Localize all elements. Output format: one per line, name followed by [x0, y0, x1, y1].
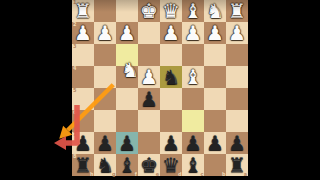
black-pawn-c7[interactable]: ♟ — [182, 132, 204, 154]
square-d5[interactable] — [160, 88, 182, 110]
square-g3[interactable] — [94, 44, 116, 66]
black-pawn-a7[interactable]: ♟ — [226, 132, 248, 154]
square-c5[interactable] — [182, 88, 204, 110]
white-pawn-a2[interactable]: ♟ — [226, 22, 248, 44]
rank-label-6: 6 — [73, 110, 76, 116]
square-d6[interactable] — [160, 110, 182, 132]
black-knight-g8[interactable]: ♞ — [94, 154, 116, 176]
white-knight-b1[interactable]: ♞ — [204, 0, 226, 22]
white-pawn-g2[interactable]: ♟ — [94, 22, 116, 44]
rank-label-4: 4 — [73, 66, 76, 72]
black-rook-h8[interactable]: ♜ — [72, 154, 94, 176]
black-knight-d4[interactable]: ♞ — [160, 66, 182, 88]
square-b4[interactable] — [204, 66, 226, 88]
white-pawn-d2[interactable]: ♟ — [160, 22, 182, 44]
black-bishop-c8[interactable]: ♝ — [182, 154, 204, 176]
black-rook-a8[interactable]: ♜ — [226, 154, 248, 176]
black-bishop-f8[interactable]: ♝ — [116, 154, 138, 176]
square-a6[interactable] — [226, 110, 248, 132]
black-king-e8[interactable]: ♚ — [138, 154, 160, 176]
square-b6[interactable] — [204, 110, 226, 132]
white-pawn-b2[interactable]: ♟ — [204, 22, 226, 44]
square-g6[interactable] — [94, 110, 116, 132]
board: 12345678hgfedcba♜♚♛♝♞♜♟♟♟♟♟♟♟♞♟♝♞♟♟♟♟♟♟♟… — [72, 0, 248, 176]
square-h5[interactable]: 5 — [72, 88, 94, 110]
white-bishop-c1[interactable]: ♝ — [182, 0, 204, 22]
square-e3[interactable] — [138, 44, 160, 66]
square-f1[interactable] — [116, 0, 138, 22]
square-g4[interactable] — [94, 66, 116, 88]
white-pawn-c2[interactable]: ♟ — [182, 22, 204, 44]
square-a5[interactable] — [226, 88, 248, 110]
square-h6[interactable]: 6 — [72, 110, 94, 132]
white-pawn-h2[interactable]: ♟ — [72, 22, 94, 44]
square-g1[interactable] — [94, 0, 116, 22]
square-g5[interactable] — [94, 88, 116, 110]
file-label-b: b — [221, 172, 225, 178]
square-f6[interactable] — [116, 110, 138, 132]
rank-label-5: 5 — [73, 88, 76, 94]
square-h3[interactable]: 3 — [72, 44, 94, 66]
black-pawn-g7[interactable]: ♟ — [94, 132, 116, 154]
black-pawn-b7[interactable]: ♟ — [204, 132, 226, 154]
square-c3[interactable] — [182, 44, 204, 66]
square-b5[interactable] — [204, 88, 226, 110]
video-frame: 12345678hgfedcba♜♚♛♝♞♜♟♟♟♟♟♟♟♞♟♝♞♟♟♟♟♟♟♟… — [0, 0, 320, 180]
square-c6[interactable] — [182, 110, 204, 132]
square-f5[interactable] — [116, 88, 138, 110]
white-pawn-f2[interactable]: ♟ — [116, 22, 138, 44]
black-pawn-d7[interactable]: ♟ — [160, 132, 182, 154]
square-d3[interactable] — [160, 44, 182, 66]
square-e2[interactable] — [138, 22, 160, 44]
white-rook-a1[interactable]: ♜ — [226, 0, 248, 22]
square-a3[interactable] — [226, 44, 248, 66]
black-queen-d8[interactable]: ♛ — [160, 154, 182, 176]
square-e7[interactable] — [138, 132, 160, 154]
white-king-e1[interactable]: ♚ — [138, 0, 160, 22]
white-bishop-c4[interactable]: ♝ — [182, 66, 204, 88]
white-queen-d1[interactable]: ♛ — [160, 0, 182, 22]
square-h4[interactable]: 4 — [72, 66, 94, 88]
black-pawn-e5[interactable]: ♟ — [138, 88, 160, 110]
square-b3[interactable] — [204, 44, 226, 66]
black-pawn-h7[interactable]: ♟ — [72, 132, 94, 154]
white-rook-h1[interactable]: ♜ — [72, 0, 94, 22]
square-b8[interactable]: b — [204, 154, 226, 176]
white-pawn-e4[interactable]: ♟ — [138, 66, 160, 88]
black-pawn-f7[interactable]: ♟ — [116, 132, 138, 154]
square-e6[interactable] — [138, 110, 160, 132]
square-a4[interactable] — [226, 66, 248, 88]
